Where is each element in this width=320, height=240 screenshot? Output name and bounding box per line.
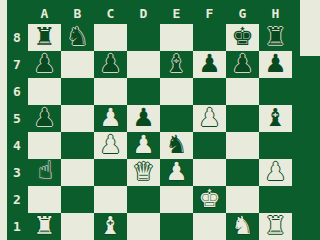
- square-f6[interactable]: [193, 78, 226, 105]
- black-bishop-piece: ♝: [259, 104, 292, 131]
- file-label-d: D: [127, 6, 160, 22]
- rank-label-8: 8: [8, 24, 26, 51]
- square-h4[interactable]: [259, 132, 292, 159]
- square-h7[interactable]: ♟: [259, 51, 292, 78]
- file-label-c: C: [94, 6, 127, 22]
- rank-label-4: 4: [8, 132, 26, 159]
- square-a1[interactable]: ♜: [28, 213, 61, 240]
- square-g3[interactable]: [226, 159, 259, 186]
- square-h2[interactable]: [259, 186, 292, 213]
- square-f3[interactable]: [193, 159, 226, 186]
- square-c7[interactable]: ♟: [94, 51, 127, 78]
- rank-label-1: 1: [8, 213, 26, 240]
- file-label-f: F: [193, 6, 226, 22]
- square-h6[interactable]: [259, 78, 292, 105]
- square-d3[interactable]: ♛: [127, 159, 160, 186]
- hand-cursor-icon[interactable]: ☝: [29, 156, 62, 183]
- screen-top-right-margin: [300, 0, 320, 56]
- white-bishop-piece: ♝: [94, 212, 127, 239]
- file-labels: ABCDEFGH: [28, 6, 292, 22]
- rank-label-3: 3: [8, 159, 26, 186]
- square-e6[interactable]: [160, 78, 193, 105]
- rank-label-6: 6: [8, 78, 26, 105]
- square-e4[interactable]: ♞: [160, 132, 193, 159]
- file-label-g: G: [226, 6, 259, 22]
- square-d4[interactable]: ♟: [127, 132, 160, 159]
- square-d8[interactable]: [127, 24, 160, 51]
- black-pawn-piece: ♟: [28, 104, 61, 131]
- black-pawn-piece: ♟: [259, 50, 292, 77]
- square-a2[interactable]: [28, 186, 61, 213]
- black-pawn-piece: ♟: [193, 50, 226, 77]
- square-g4[interactable]: [226, 132, 259, 159]
- square-g1[interactable]: ♞: [226, 213, 259, 240]
- white-queen-piece: ♛: [127, 158, 160, 185]
- black-pawn-piece: ♟: [226, 50, 259, 77]
- screen-left-margin: [0, 0, 7, 240]
- square-c1[interactable]: ♝: [94, 213, 127, 240]
- square-a7[interactable]: ♟: [28, 51, 61, 78]
- game-screen: ABCDEFGH 87654321 ♜♞♚♜♟♟♝♟♟♟♟♟♟♟♝♟♟♞☝♛♟♟…: [0, 0, 320, 240]
- square-e3[interactable]: ♟: [160, 159, 193, 186]
- square-e5[interactable]: [160, 105, 193, 132]
- file-label-b: B: [61, 6, 94, 22]
- square-b4[interactable]: [61, 132, 94, 159]
- black-king-piece: ♚: [226, 23, 259, 50]
- white-pawn-piece: ♟: [127, 131, 160, 158]
- square-b1[interactable]: [61, 213, 94, 240]
- square-b6[interactable]: [61, 78, 94, 105]
- white-king-piece: ♚: [193, 185, 226, 212]
- square-b2[interactable]: [61, 186, 94, 213]
- black-knight-piece: ♞: [160, 131, 193, 158]
- black-bishop-piece: ♝: [160, 50, 193, 77]
- square-f1[interactable]: [193, 213, 226, 240]
- square-f7[interactable]: ♟: [193, 51, 226, 78]
- white-pawn-piece: ♟: [94, 104, 127, 131]
- square-h8[interactable]: ♜: [259, 24, 292, 51]
- square-c6[interactable]: [94, 78, 127, 105]
- square-d5[interactable]: ♟: [127, 105, 160, 132]
- black-rook-piece: ♜: [28, 23, 61, 50]
- square-f8[interactable]: [193, 24, 226, 51]
- black-pawn-piece: ♟: [94, 50, 127, 77]
- square-g5[interactable]: [226, 105, 259, 132]
- white-pawn-piece: ♟: [193, 104, 226, 131]
- square-h3[interactable]: ♟: [259, 159, 292, 186]
- white-pawn-piece: ♟: [94, 131, 127, 158]
- square-g8[interactable]: ♚: [226, 24, 259, 51]
- white-pawn-piece: ♟: [259, 158, 292, 185]
- square-g2[interactable]: [226, 186, 259, 213]
- square-b5[interactable]: [61, 105, 94, 132]
- square-e1[interactable]: [160, 213, 193, 240]
- square-a5[interactable]: ♟: [28, 105, 61, 132]
- black-knight-piece: ♞: [61, 23, 94, 50]
- square-c5[interactable]: ♟: [94, 105, 127, 132]
- white-knight-piece: ♞: [226, 212, 259, 239]
- square-c2[interactable]: [94, 186, 127, 213]
- square-d1[interactable]: [127, 213, 160, 240]
- file-label-h: H: [259, 6, 292, 22]
- rank-labels: 87654321: [8, 24, 26, 240]
- rank-label-2: 2: [8, 186, 26, 213]
- file-label-e: E: [160, 6, 193, 22]
- white-rook-piece: ♜: [28, 212, 61, 239]
- black-rook-piece: ♜: [259, 23, 292, 50]
- square-f4[interactable]: [193, 132, 226, 159]
- square-b3[interactable]: [61, 159, 94, 186]
- rank-label-5: 5: [8, 105, 26, 132]
- square-b7[interactable]: [61, 51, 94, 78]
- white-pawn-piece: ♟: [160, 158, 193, 185]
- square-e8[interactable]: [160, 24, 193, 51]
- square-f2[interactable]: ♚: [193, 186, 226, 213]
- square-a8[interactable]: ♜: [28, 24, 61, 51]
- square-d2[interactable]: [127, 186, 160, 213]
- square-f5[interactable]: ♟: [193, 105, 226, 132]
- square-g6[interactable]: [226, 78, 259, 105]
- chess-board: ♜♞♚♜♟♟♝♟♟♟♟♟♟♟♝♟♟♞☝♛♟♟♚♜♝♞♜: [28, 24, 292, 240]
- square-b8[interactable]: ♞: [61, 24, 94, 51]
- square-a6[interactable]: [28, 78, 61, 105]
- square-d7[interactable]: [127, 51, 160, 78]
- square-h1[interactable]: ♜: [259, 213, 292, 240]
- square-e2[interactable]: [160, 186, 193, 213]
- square-e7[interactable]: ♝: [160, 51, 193, 78]
- black-pawn-piece: ♟: [28, 50, 61, 77]
- white-rook-piece: ♜: [259, 212, 292, 239]
- square-g7[interactable]: ♟: [226, 51, 259, 78]
- rank-label-7: 7: [8, 51, 26, 78]
- square-c3[interactable]: [94, 159, 127, 186]
- square-h5[interactable]: ♝: [259, 105, 292, 132]
- file-label-a: A: [28, 6, 61, 22]
- black-pawn-piece: ♟: [127, 104, 160, 131]
- square-d6[interactable]: [127, 78, 160, 105]
- square-c8[interactable]: [94, 24, 127, 51]
- square-c4[interactable]: ♟: [94, 132, 127, 159]
- square-a3[interactable]: ☝: [28, 159, 61, 186]
